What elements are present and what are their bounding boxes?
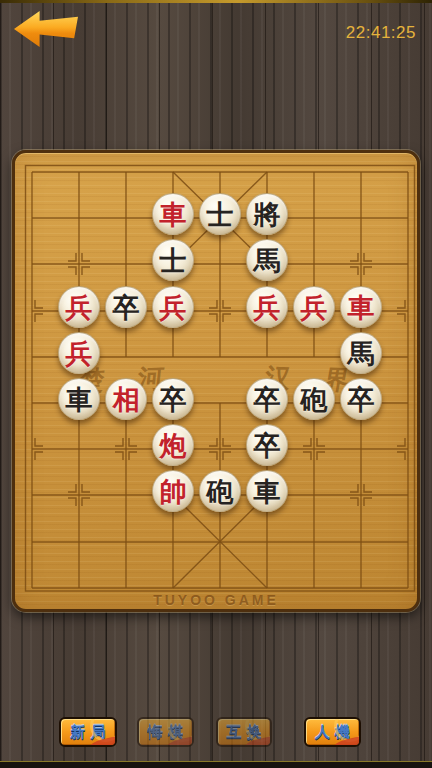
button-vs-ai[interactable]: 人機 (304, 717, 361, 747)
back-arrow-button[interactable] (14, 11, 78, 47)
top-accent-line (0, 0, 432, 3)
button-new-game[interactable]: 新局 (59, 717, 117, 747)
clock: 22:41:25 (346, 23, 416, 43)
piece-black[interactable]: 馬 (340, 332, 382, 374)
piece-black[interactable]: 車 (246, 470, 288, 512)
bottom-accent-line (0, 761, 432, 768)
piece-red[interactable]: 車 (340, 286, 382, 328)
piece-red[interactable]: 兵 (293, 286, 335, 328)
piece-black[interactable]: 車 (58, 378, 100, 420)
piece-black[interactable]: 馬 (246, 239, 288, 281)
xiangqi-board: 楚 河 汉 界 車士將士馬兵卒兵兵兵車兵馬車相卒卒砲卒炮卒帥砲車 TUYOO G… (12, 150, 420, 612)
piece-black[interactable]: 卒 (105, 286, 147, 328)
piece-red[interactable]: 相 (105, 378, 147, 420)
piece-red[interactable]: 炮 (152, 424, 194, 466)
piece-red[interactable]: 兵 (58, 332, 100, 374)
piece-black[interactable]: 砲 (199, 470, 241, 512)
piece-black[interactable]: 卒 (152, 378, 194, 420)
button-swap[interactable]: 互换 (216, 717, 272, 747)
piece-red[interactable]: 兵 (58, 286, 100, 328)
brand-text: TUYOO GAME (15, 592, 417, 608)
piece-black[interactable]: 卒 (246, 424, 288, 466)
piece-black[interactable]: 士 (152, 239, 194, 281)
piece-black[interactable]: 將 (246, 193, 288, 235)
piece-red[interactable]: 帥 (152, 470, 194, 512)
piece-black[interactable]: 砲 (293, 378, 335, 420)
piece-red[interactable]: 車 (152, 193, 194, 235)
piece-black[interactable]: 卒 (246, 378, 288, 420)
piece-red[interactable]: 兵 (152, 286, 194, 328)
piece-red[interactable]: 兵 (246, 286, 288, 328)
piece-black[interactable]: 士 (199, 193, 241, 235)
button-undo[interactable]: 悔棋 (137, 717, 194, 747)
piece-black[interactable]: 卒 (340, 378, 382, 420)
